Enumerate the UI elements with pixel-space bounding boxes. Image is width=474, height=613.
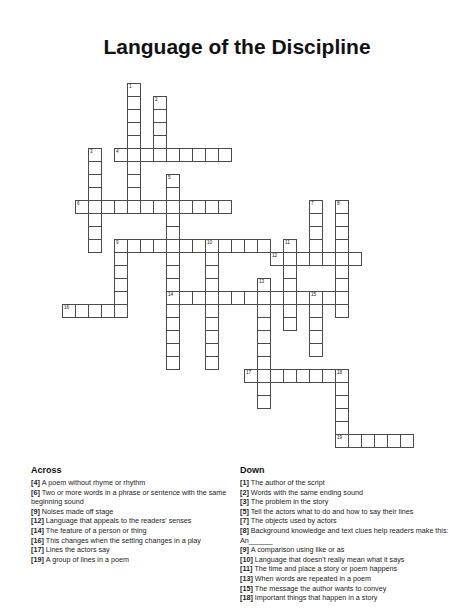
grid-cell[interactable]: [127, 135, 141, 149]
clue-item: [18] Important things that happen in a s…: [240, 593, 455, 603]
grid-cell[interactable]: [88, 304, 102, 318]
clue-item-text: The time and place a story or poem happe…: [254, 564, 397, 573]
cell-number: 12: [272, 253, 277, 258]
grid-cell[interactable]: [114, 265, 128, 279]
grid-cell[interactable]: [283, 369, 297, 383]
cell-number: 2: [155, 97, 158, 102]
grid-cell[interactable]: [114, 304, 128, 318]
clue-item: [10] Language that doesn't really mean w…: [240, 555, 455, 565]
clue-item-number: [12]: [31, 516, 46, 525]
clue-item: [14] The feature of a person or thing: [31, 526, 237, 536]
clue-item: [17] Lines the actors say: [31, 545, 237, 555]
grid-cell[interactable]: [348, 434, 362, 448]
grid-cell[interactable]: [127, 200, 141, 214]
cell-number: 9: [116, 240, 119, 245]
grid-cell[interactable]: [205, 330, 219, 344]
clue-item-number: [19]: [31, 555, 46, 564]
grid-cell[interactable]: [127, 174, 141, 188]
grid-cell[interactable]: 12: [270, 252, 284, 266]
grid-cell[interactable]: [179, 239, 193, 253]
grid-cell[interactable]: [309, 252, 323, 266]
clue-item-text: The objects used by actors: [251, 516, 337, 525]
clue-item: [12] Language that appeals to the reader…: [31, 516, 237, 526]
clue-item-number: [10]: [240, 555, 255, 564]
clue-item-text: The message the author wants to convey: [255, 584, 386, 593]
grid-cell[interactable]: [335, 421, 349, 435]
grid-cell[interactable]: [127, 96, 141, 110]
grid-cell[interactable]: [205, 278, 219, 292]
worksheet-page: { "game": "crossword", "title": "Languag…: [0, 0, 474, 613]
grid-cell[interactable]: [335, 265, 349, 279]
grid-cell[interactable]: [283, 291, 297, 305]
grid-cell[interactable]: [257, 330, 271, 344]
grid-cell[interactable]: [166, 265, 180, 279]
grid-cell[interactable]: [335, 382, 349, 396]
grid-cell[interactable]: 15: [309, 291, 323, 305]
clue-item-text: The author of the script: [251, 478, 325, 487]
clue-item-number: [6]: [31, 488, 42, 497]
clue-item: [5] Tell the actors what to do and how t…: [240, 507, 455, 517]
grid-cell[interactable]: [270, 369, 284, 383]
grid-cell[interactable]: [127, 187, 141, 201]
grid-cell[interactable]: [322, 291, 336, 305]
grid-cell[interactable]: [257, 369, 271, 383]
clue-item-number: [17]: [31, 545, 46, 554]
grid-cell[interactable]: [166, 330, 180, 344]
grid-cell[interactable]: 14: [166, 291, 180, 305]
grid-cell[interactable]: 7: [309, 200, 323, 214]
grid-cell[interactable]: [179, 148, 193, 162]
grid-cell[interactable]: [166, 278, 180, 292]
clue-item-text: A comparison using like or as: [251, 545, 344, 554]
grid-cell[interactable]: [205, 343, 219, 357]
grid-cell[interactable]: 8: [335, 200, 349, 214]
grid-cell[interactable]: [127, 148, 141, 162]
cell-number: 16: [64, 305, 69, 310]
clue-item-text: Two or more words in a phrase or sentenc…: [31, 488, 226, 507]
grid-cell[interactable]: [335, 408, 349, 422]
grid-cell[interactable]: [283, 265, 297, 279]
grid-cell[interactable]: [75, 304, 89, 318]
grid-cell[interactable]: [335, 304, 349, 318]
clue-item-number: [1]: [240, 478, 251, 487]
grid-cell[interactable]: [205, 317, 219, 331]
clue-item: [3] The problem in the story: [240, 497, 455, 507]
grid-cell[interactable]: [218, 200, 232, 214]
grid-cell[interactable]: [140, 148, 154, 162]
grid-cell[interactable]: [309, 226, 323, 240]
grid-cell[interactable]: [374, 434, 388, 448]
grid-cell[interactable]: [322, 252, 336, 266]
cell-number: 17: [246, 370, 251, 375]
down-clues-section: Down [1] The author of the script[2] Wor…: [240, 465, 455, 603]
grid-cell[interactable]: [179, 291, 193, 305]
crossword-grid: 12345146789101112131516171819: [62, 83, 415, 449]
clue-item-text: Lines the actors say: [46, 545, 110, 554]
clue-item-number: [16]: [31, 536, 46, 545]
clue-item-text: Background knowledge and text clues help…: [240, 526, 449, 545]
grid-cell[interactable]: [166, 187, 180, 201]
grid-cell[interactable]: 6: [75, 200, 89, 214]
grid-cell[interactable]: [140, 200, 154, 214]
clue-item-number: [15]: [240, 584, 255, 593]
grid-cell[interactable]: [153, 135, 167, 149]
grid-cell[interactable]: [205, 265, 219, 279]
clue-item-text: Words with the same ending sound: [251, 488, 363, 497]
grid-cell[interactable]: [166, 239, 180, 253]
grid-cell[interactable]: [257, 291, 271, 305]
grid-cell[interactable]: [335, 291, 349, 305]
grid-cell[interactable]: [387, 434, 401, 448]
grid-cell[interactable]: [244, 239, 258, 253]
grid-cell[interactable]: [166, 200, 180, 214]
grid-cell[interactable]: [257, 395, 271, 409]
grid-cell[interactable]: [205, 356, 219, 370]
grid-cell[interactable]: [335, 226, 349, 240]
clue-item-text: A poem without rhyme or rhythm: [42, 478, 145, 487]
grid-cell[interactable]: [231, 291, 245, 305]
grid-cell[interactable]: 10: [205, 239, 219, 253]
grid-cell[interactable]: [205, 200, 219, 214]
grid-cell[interactable]: [309, 304, 323, 318]
grid-cell[interactable]: [296, 252, 310, 266]
clue-item-number: [9]: [240, 545, 251, 554]
cell-number: 15: [311, 292, 316, 297]
grid-cell[interactable]: [114, 278, 128, 292]
grid-cell[interactable]: [283, 317, 297, 331]
grid-cell[interactable]: [153, 109, 167, 123]
down-clue-list: [1] The author of the script[2] Words wi…: [240, 478, 455, 603]
grid-cell[interactable]: [153, 239, 167, 253]
cell-number: 19: [337, 435, 342, 440]
grid-cell[interactable]: [335, 213, 349, 227]
grid-cell[interactable]: [88, 187, 102, 201]
clue-item: [15] The message the author wants to con…: [240, 584, 455, 594]
grid-cell[interactable]: [114, 252, 128, 266]
grid-cell[interactable]: [166, 343, 180, 357]
grid-cell[interactable]: [205, 252, 219, 266]
grid-cell[interactable]: [140, 239, 154, 253]
grid-cell[interactable]: [309, 330, 323, 344]
grid-cell[interactable]: [335, 252, 349, 266]
grid-cell[interactable]: [166, 226, 180, 240]
grid-cell[interactable]: [296, 291, 310, 305]
grid-cell[interactable]: 18: [335, 369, 349, 383]
clue-item-number: [5]: [240, 507, 251, 516]
grid-cell[interactable]: [153, 200, 167, 214]
grid-cell[interactable]: [309, 317, 323, 331]
grid-cell[interactable]: [127, 122, 141, 136]
clue-item-text: When words are repeated in a poem: [255, 574, 371, 583]
grid-cell[interactable]: [166, 356, 180, 370]
grid-cell[interactable]: 17: [244, 369, 258, 383]
cell-number: 10: [207, 240, 212, 245]
grid-cell[interactable]: [244, 291, 258, 305]
clue-item: [19] A group of lines in a poem: [31, 555, 237, 565]
grid-cell[interactable]: 4: [114, 148, 128, 162]
grid-cell[interactable]: 2: [153, 96, 167, 110]
grid-cell[interactable]: [400, 434, 414, 448]
grid-cell[interactable]: 5: [166, 174, 180, 188]
grid-cell[interactable]: 16: [62, 304, 76, 318]
clue-item-number: [18]: [240, 593, 255, 602]
grid-cell[interactable]: 13: [257, 278, 271, 292]
clue-item-number: [11]: [240, 564, 254, 573]
cell-number: 5: [168, 175, 171, 180]
grid-cell[interactable]: [335, 278, 349, 292]
grid-cell[interactable]: [153, 122, 167, 136]
puzzle-title: Language of the Discipline: [0, 35, 474, 59]
grid-cell[interactable]: [179, 200, 193, 214]
grid-cell[interactable]: [309, 369, 323, 383]
grid-cell[interactable]: [192, 239, 206, 253]
grid-cell[interactable]: [88, 200, 102, 214]
grid-cell[interactable]: [283, 278, 297, 292]
grid-cell[interactable]: [218, 291, 232, 305]
grid-cell[interactable]: 9: [114, 239, 128, 253]
grid-cell[interactable]: [205, 304, 219, 318]
clue-item: [8] Background knowledge and text clues …: [240, 526, 455, 545]
clue-item-number: [14]: [31, 526, 46, 535]
grid-cell[interactable]: [205, 148, 219, 162]
clue-item: [9] Noises made off stage: [31, 507, 237, 517]
clue-item-number: [9]: [31, 507, 42, 516]
clue-item-number: [2]: [240, 488, 251, 497]
grid-cell[interactable]: [127, 239, 141, 253]
grid-cell[interactable]: [218, 148, 232, 162]
grid-cell[interactable]: [88, 161, 102, 175]
cell-number: 13: [259, 279, 264, 284]
grid-cell[interactable]: [205, 291, 219, 305]
down-header: Down: [240, 465, 455, 475]
clue-item: [16] This changes when the setting chang…: [31, 536, 237, 546]
grid-cell[interactable]: [309, 239, 323, 253]
grid-cell[interactable]: [309, 343, 323, 357]
grid-cell[interactable]: [101, 200, 115, 214]
grid-cell[interactable]: 11: [283, 239, 297, 253]
grid-cell[interactable]: [257, 317, 271, 331]
grid-cell[interactable]: [88, 239, 102, 253]
grid-cell[interactable]: [257, 343, 271, 357]
across-header: Across: [31, 465, 237, 475]
grid-cell[interactable]: [296, 369, 310, 383]
clue-item: [7] The objects used by actors: [240, 516, 455, 526]
clue-item-text: Tell the actors what to do and how to sa…: [251, 507, 414, 516]
grid-cell[interactable]: [257, 356, 271, 370]
clue-item-number: [13]: [240, 574, 255, 583]
grid-cell[interactable]: [192, 148, 206, 162]
grid-cell[interactable]: [88, 226, 102, 240]
grid-cell[interactable]: 1: [127, 83, 141, 97]
clue-item-number: [4]: [31, 478, 42, 487]
grid-cell[interactable]: [114, 291, 128, 305]
grid-cell[interactable]: [257, 382, 271, 396]
clue-item: [9] A comparison using like or as: [240, 545, 455, 555]
grid-cell[interactable]: [166, 304, 180, 318]
cell-number: 1: [129, 84, 132, 89]
across-clue-list: [4] A poem without rhyme or rhythm[6] Tw…: [31, 478, 237, 564]
grid-cell[interactable]: [153, 148, 167, 162]
clue-item-text: This changes when the setting changes in…: [46, 536, 201, 545]
clue-item-number: [8]: [240, 526, 251, 535]
grid-cell[interactable]: [166, 213, 180, 227]
cell-number: 8: [337, 201, 340, 206]
cell-number: 7: [311, 201, 314, 206]
grid-cell[interactable]: [218, 239, 232, 253]
grid-cell[interactable]: [361, 434, 375, 448]
cell-number: 3: [90, 149, 93, 154]
cell-number: 11: [285, 240, 290, 245]
grid-cell[interactable]: [192, 291, 206, 305]
clue-item-number: [7]: [240, 516, 251, 525]
grid-cell[interactable]: [166, 317, 180, 331]
grid-cell[interactable]: [88, 213, 102, 227]
grid-cell[interactable]: [257, 304, 271, 318]
cell-number: 18: [337, 370, 342, 375]
grid-cell[interactable]: [335, 395, 349, 409]
clue-item-text: The problem in the story: [251, 497, 329, 506]
cell-number: 4: [116, 149, 119, 154]
grid-cell[interactable]: [309, 213, 323, 227]
clue-item-number: [3]: [240, 497, 251, 506]
grid-cell[interactable]: [88, 174, 102, 188]
grid-cell[interactable]: 3: [88, 148, 102, 162]
clue-item: [13] When words are repeated in a poem: [240, 574, 455, 584]
grid-cell[interactable]: [322, 369, 336, 383]
grid-cell[interactable]: [114, 200, 128, 214]
grid-cell[interactable]: [231, 239, 245, 253]
clue-item: [2] Words with the same ending sound: [240, 488, 455, 498]
clue-item: [6] Two or more words in a phrase or sen…: [31, 488, 237, 507]
cell-number: 14: [168, 292, 173, 297]
clue-item-text: A group of lines in a poem: [46, 555, 129, 564]
grid-cell[interactable]: [127, 161, 141, 175]
grid-cell[interactable]: [192, 200, 206, 214]
grid-cell[interactable]: [335, 239, 349, 253]
clue-item-text: Language that appeals to the readers' se…: [46, 516, 192, 525]
grid-cell[interactable]: [166, 148, 180, 162]
grid-cell[interactable]: [283, 252, 297, 266]
clue-item: [4] A poem without rhyme or rhythm: [31, 478, 237, 488]
grid-cell[interactable]: 19: [335, 434, 349, 448]
clue-item-text: Language that doesn't really mean what i…: [255, 555, 405, 564]
grid-cell[interactable]: [283, 304, 297, 318]
clue-item-text: Noises made off stage: [42, 507, 113, 516]
cell-number: 6: [77, 201, 80, 206]
grid-cell[interactable]: [166, 252, 180, 266]
clue-item-text: The feature of a person or thing: [46, 526, 147, 535]
grid-cell[interactable]: [348, 252, 362, 266]
across-clues-section: Across [4] A poem without rhyme or rhyth…: [31, 465, 237, 564]
grid-cell[interactable]: [270, 291, 284, 305]
grid-cell[interactable]: [127, 109, 141, 123]
grid-cell[interactable]: [101, 304, 115, 318]
clue-item-text: Important things that happen in a story: [255, 593, 378, 602]
clue-item: [11] The time and place a story or poem …: [240, 564, 455, 574]
clue-item: [1] The author of the script: [240, 478, 455, 488]
grid-cell[interactable]: [257, 239, 271, 253]
